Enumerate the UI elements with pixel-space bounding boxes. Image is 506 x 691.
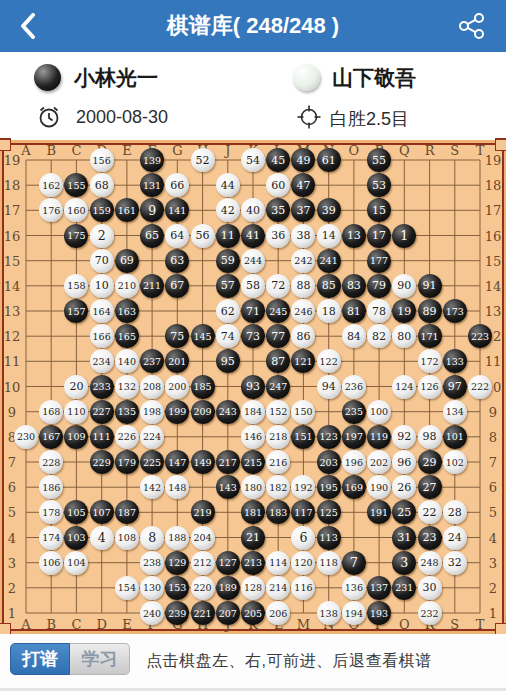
stone-F18: 131 <box>140 173 164 197</box>
mode-button-replay[interactable]: 打谱 <box>10 643 70 675</box>
stone-P1: 193 <box>367 601 391 625</box>
mode-button-study[interactable]: 学习 <box>70 643 130 675</box>
stone-F10: 208 <box>140 375 164 399</box>
stone-M3: 120 <box>291 551 315 575</box>
stone-K9: 184 <box>241 400 265 424</box>
stone-D17: 159 <box>90 198 114 222</box>
stone-H5: 219 <box>191 500 215 524</box>
row-label-left: 16 <box>4 228 21 243</box>
stone-N11: 122 <box>317 349 341 373</box>
row-label-left: 9 <box>8 404 16 419</box>
row-label-right: 9 <box>489 404 497 419</box>
stone-K19: 54 <box>241 148 265 172</box>
col-label-bottom: Q <box>399 617 410 632</box>
stone-E10: 132 <box>115 375 139 399</box>
stone-B9: 168 <box>39 400 63 424</box>
back-button[interactable] <box>0 0 56 52</box>
stone-B7: 228 <box>39 450 63 474</box>
stone-D5: 107 <box>90 500 114 524</box>
col-label-bottom: M <box>297 617 310 632</box>
stone-E12: 165 <box>115 324 139 348</box>
stone-Q3: 3 <box>392 551 416 575</box>
stone-O16: 13 <box>342 224 366 248</box>
col-label-top: Q <box>399 143 410 158</box>
col-label-top: G <box>172 143 182 158</box>
stone-J7: 217 <box>216 450 240 474</box>
row-label-right: 1 <box>489 606 497 621</box>
stone-G10: 200 <box>165 375 189 399</box>
stone-S8: 101 <box>443 425 467 449</box>
stone-N1: 138 <box>317 601 341 625</box>
col-label-top: T <box>476 143 485 158</box>
col-label-bottom: B <box>46 617 56 632</box>
stone-F8: 224 <box>140 425 164 449</box>
stone-L2: 214 <box>266 576 290 600</box>
stone-D12: 166 <box>90 324 114 348</box>
stone-Q13: 19 <box>392 299 416 323</box>
stone-H12: 145 <box>191 324 215 348</box>
result-target-icon <box>296 104 322 130</box>
stone-P17: 15 <box>367 198 391 222</box>
stone-K14: 58 <box>241 274 265 298</box>
stone-B6: 186 <box>39 475 63 499</box>
stone-D10: 233 <box>90 375 114 399</box>
stone-D11: 234 <box>90 349 114 373</box>
go-board[interactable]: AABBCCDDEEFFGGHHJJKKLLMMNNOOPPQQRRSSTT19… <box>0 140 506 634</box>
row-label-left: 17 <box>4 203 21 218</box>
stone-Q7: 96 <box>392 450 416 474</box>
stone-S13: 173 <box>443 299 467 323</box>
stone-N7: 203 <box>317 450 341 474</box>
stone-O12: 84 <box>342 324 366 348</box>
col-label-top: C <box>71 143 81 158</box>
stone-O9: 235 <box>342 400 366 424</box>
stone-G16: 64 <box>165 224 189 248</box>
stone-R13: 89 <box>418 299 442 323</box>
stone-F17: 9 <box>140 198 164 222</box>
stone-B18: 162 <box>39 173 63 197</box>
stone-R10: 126 <box>418 375 442 399</box>
stone-L5: 183 <box>266 500 290 524</box>
stone-H9: 209 <box>191 400 215 424</box>
stone-J17: 42 <box>216 198 240 222</box>
stone-J15: 59 <box>216 249 240 273</box>
stone-Q2: 231 <box>392 576 416 600</box>
stone-R12: 171 <box>418 324 442 348</box>
stone-G3: 129 <box>165 551 189 575</box>
col-label-top: E <box>122 143 132 158</box>
stone-J1: 207 <box>216 601 240 625</box>
stone-M5: 117 <box>291 500 315 524</box>
stone-E15: 69 <box>115 249 139 273</box>
stone-R14: 91 <box>418 274 442 298</box>
stone-R11: 172 <box>418 349 442 373</box>
stone-N8: 123 <box>317 425 341 449</box>
stone-F9: 198 <box>140 400 164 424</box>
stone-L17: 35 <box>266 198 290 222</box>
stone-N16: 14 <box>317 224 341 248</box>
stone-B4: 174 <box>39 526 63 550</box>
stone-G11: 201 <box>165 349 189 373</box>
stone-M15: 242 <box>291 249 315 273</box>
stone-Q14: 90 <box>392 274 416 298</box>
stone-G9: 199 <box>165 400 189 424</box>
row-label-right: 15 <box>485 253 502 268</box>
stone-Q16: 1 <box>392 224 416 248</box>
row-label-right: 19 <box>485 153 502 168</box>
stone-O7: 196 <box>342 450 366 474</box>
row-label-left: 12 <box>4 329 21 344</box>
stone-F1: 240 <box>140 601 164 625</box>
stone-G4: 188 <box>165 526 189 550</box>
stone-F4: 8 <box>140 526 164 550</box>
row-label-right: 13 <box>485 304 502 319</box>
stone-D9: 227 <box>90 400 114 424</box>
stone-P8: 119 <box>367 425 391 449</box>
stone-C17: 160 <box>64 198 88 222</box>
stone-R4: 23 <box>418 526 442 550</box>
row-label-right: 3 <box>489 555 497 570</box>
stone-R5: 22 <box>418 500 442 524</box>
stone-M2: 116 <box>291 576 315 600</box>
stone-S4: 24 <box>443 526 467 550</box>
stone-N4: 113 <box>317 526 341 550</box>
stone-M11: 121 <box>291 349 315 373</box>
row-label-right: 11 <box>485 354 502 369</box>
chevron-left-icon <box>20 13 36 39</box>
row-label-right: 4 <box>489 530 497 545</box>
stone-S7: 102 <box>443 450 467 474</box>
stone-L16: 36 <box>266 224 290 248</box>
stone-K7: 215 <box>241 450 265 474</box>
stone-M17: 37 <box>291 198 315 222</box>
stone-L14: 72 <box>266 274 290 298</box>
stone-P14: 79 <box>367 274 391 298</box>
stone-N3: 118 <box>317 551 341 575</box>
stone-O14: 83 <box>342 274 366 298</box>
stone-P9: 100 <box>367 400 391 424</box>
stone-N14: 85 <box>317 274 341 298</box>
row-label-left: 10 <box>4 379 21 394</box>
stone-E11: 140 <box>115 349 139 373</box>
stone-Q8: 92 <box>392 425 416 449</box>
stone-N13: 18 <box>317 299 341 323</box>
stone-B3: 106 <box>39 551 63 575</box>
stone-B5: 178 <box>39 500 63 524</box>
row-label-right: 7 <box>489 455 497 470</box>
stone-M13: 246 <box>291 299 315 323</box>
stone-C18: 155 <box>64 173 88 197</box>
stone-G6: 148 <box>165 475 189 499</box>
stone-L8: 218 <box>266 425 290 449</box>
stone-F3: 238 <box>140 551 164 575</box>
stone-P13: 78 <box>367 299 391 323</box>
stone-E7: 179 <box>115 450 139 474</box>
stone-L6: 182 <box>266 475 290 499</box>
row-label-left: 13 <box>4 304 21 319</box>
stone-J6: 143 <box>216 475 240 499</box>
row-label-right: 2 <box>489 580 497 595</box>
stone-L3: 114 <box>266 551 290 575</box>
row-label-right: 6 <box>489 480 497 495</box>
stone-S5: 28 <box>443 500 467 524</box>
stone-P2: 137 <box>367 576 391 600</box>
stone-K5: 181 <box>241 500 265 524</box>
stone-G17: 141 <box>165 198 189 222</box>
stone-H1: 221 <box>191 601 215 625</box>
stone-F6: 142 <box>140 475 164 499</box>
stone-K12: 73 <box>241 324 265 348</box>
stone-E2: 154 <box>115 576 139 600</box>
stone-E9: 135 <box>115 400 139 424</box>
stone-G18: 66 <box>165 173 189 197</box>
stone-C16: 175 <box>64 224 88 248</box>
stone-F16: 65 <box>140 224 164 248</box>
stone-J9: 243 <box>216 400 240 424</box>
stone-Q10: 124 <box>392 375 416 399</box>
stone-Q12: 80 <box>392 324 416 348</box>
stone-R3: 248 <box>418 551 442 575</box>
white-player-name: 山下敬吾 <box>332 64 416 92</box>
stone-N17: 39 <box>317 198 341 222</box>
stone-D16: 2 <box>90 224 114 248</box>
stone-G1: 239 <box>165 601 189 625</box>
stone-M8: 151 <box>291 425 315 449</box>
stone-M6: 192 <box>291 475 315 499</box>
stone-P6: 190 <box>367 475 391 499</box>
stone-K17: 40 <box>241 198 265 222</box>
col-label-bottom: S <box>450 617 459 632</box>
stone-F19: 139 <box>140 148 164 172</box>
stone-J13: 62 <box>216 299 240 323</box>
mode-toggle: 打谱 学习 <box>10 643 130 675</box>
stone-K8: 146 <box>241 425 265 449</box>
stone-L11: 87 <box>266 349 290 373</box>
stone-P12: 82 <box>367 324 391 348</box>
kifu-viewer-screen: 棋谱库( 248/248 ) 小林光一 山下敬吾 <box>0 0 506 691</box>
stone-P18: 53 <box>367 173 391 197</box>
stone-E17: 161 <box>115 198 139 222</box>
stone-H10: 185 <box>191 375 215 399</box>
row-label-left: 15 <box>4 253 21 268</box>
row-label-left: 14 <box>4 278 21 293</box>
stone-D8: 111 <box>90 425 114 449</box>
stone-K13: 71 <box>241 299 265 323</box>
stone-L13: 245 <box>266 299 290 323</box>
stone-H7: 149 <box>191 450 215 474</box>
row-label-left: 4 <box>8 530 16 545</box>
col-label-top: B <box>46 143 56 158</box>
row-label-left: 2 <box>8 580 16 595</box>
row-label-left: 19 <box>4 153 21 168</box>
stone-H4: 204 <box>191 526 215 550</box>
stone-H16: 56 <box>191 224 215 248</box>
stone-M14: 88 <box>291 274 315 298</box>
row-label-right: 14 <box>485 278 502 293</box>
stone-D18: 68 <box>90 173 114 197</box>
stone-C5: 105 <box>64 500 88 524</box>
col-label-bottom: A <box>21 617 30 632</box>
stone-H3: 212 <box>191 551 215 575</box>
stone-M18: 47 <box>291 173 315 197</box>
stone-K6: 180 <box>241 475 265 499</box>
col-label-bottom: C <box>71 617 81 632</box>
stone-P15: 177 <box>367 249 391 273</box>
stone-S11: 133 <box>443 349 467 373</box>
stone-B17: 176 <box>39 198 63 222</box>
stone-P7: 202 <box>367 450 391 474</box>
stone-K2: 128 <box>241 576 265 600</box>
stone-K1: 205 <box>241 601 265 625</box>
stone-S10: 97 <box>443 375 467 399</box>
col-label-top: J <box>225 143 230 158</box>
stone-J2: 189 <box>216 576 240 600</box>
stone-O13: 81 <box>342 299 366 323</box>
stone-S3: 32 <box>443 551 467 575</box>
stone-K4: 21 <box>241 526 265 550</box>
stone-L9: 152 <box>266 400 290 424</box>
stone-R7: 29 <box>418 450 442 474</box>
stone-K16: 41 <box>241 224 265 248</box>
footer-bar: 打谱 学习 点击棋盘左、右,可前进、后退查看棋谱 <box>0 634 506 691</box>
share-button[interactable] <box>446 0 498 52</box>
stone-O6: 169 <box>342 475 366 499</box>
stone-L7: 216 <box>266 450 290 474</box>
row-label-left: 3 <box>8 555 16 570</box>
black-stone-icon <box>34 64 61 91</box>
stone-D15: 70 <box>90 249 114 273</box>
stone-C13: 157 <box>64 299 88 323</box>
stone-K10: 93 <box>241 375 265 399</box>
stone-F7: 225 <box>140 450 164 474</box>
navigation-hint: 点击棋盘左、右,可前进、后退查看棋谱 <box>146 651 431 672</box>
stone-N19: 61 <box>317 148 341 172</box>
col-label-top: R <box>425 143 435 158</box>
black-player-name: 小林光一 <box>74 64 158 92</box>
stone-D19: 156 <box>90 148 114 172</box>
stone-G12: 75 <box>165 324 189 348</box>
stone-H19: 52 <box>191 148 215 172</box>
stone-O1: 194 <box>342 601 366 625</box>
stone-D13: 164 <box>90 299 114 323</box>
white-stone-icon <box>293 64 320 91</box>
stone-L1: 206 <box>266 601 290 625</box>
stone-L19: 45 <box>266 148 290 172</box>
stone-E5: 187 <box>115 500 139 524</box>
stone-B8: 167 <box>39 425 63 449</box>
row-label-right: 16 <box>485 228 502 243</box>
stone-Q5: 25 <box>392 500 416 524</box>
stone-R1: 232 <box>418 601 442 625</box>
stone-J18: 44 <box>216 173 240 197</box>
stone-F11: 237 <box>140 349 164 373</box>
stone-D14: 10 <box>90 274 114 298</box>
share-nodes-icon <box>457 11 487 41</box>
stone-T12: 223 <box>468 324 492 348</box>
row-label-left: 7 <box>8 455 16 470</box>
game-date: 2000-08-30 <box>76 107 168 128</box>
stone-L12: 77 <box>266 324 290 348</box>
stone-C3: 104 <box>64 551 88 575</box>
stone-J11: 95 <box>216 349 240 373</box>
row-label-left: 18 <box>4 178 21 193</box>
stone-K15: 244 <box>241 249 265 273</box>
players-row: 小林光一 山下敬吾 <box>0 62 506 98</box>
stone-F14: 211 <box>140 274 164 298</box>
stone-R8: 98 <box>418 425 442 449</box>
stone-J14: 57 <box>216 274 240 298</box>
row-label-right: 8 <box>489 429 497 444</box>
stone-F2: 130 <box>140 576 164 600</box>
stone-J12: 74 <box>216 324 240 348</box>
stone-M9: 150 <box>291 400 315 424</box>
stone-M19: 49 <box>291 148 315 172</box>
stone-E8: 226 <box>115 425 139 449</box>
stone-E14: 210 <box>115 274 139 298</box>
col-label-top: O <box>349 143 360 158</box>
stone-G15: 63 <box>165 249 189 273</box>
stone-G7: 147 <box>165 450 189 474</box>
stone-D7: 229 <box>90 450 114 474</box>
stone-P19: 55 <box>367 148 391 172</box>
stone-L10: 247 <box>266 375 290 399</box>
stone-C10: 20 <box>64 375 88 399</box>
meta-row: 2000-08-30 白胜2.5目 <box>0 104 506 134</box>
row-label-right: 18 <box>485 178 502 193</box>
stone-O8: 197 <box>342 425 366 449</box>
stone-N10: 94 <box>317 375 341 399</box>
stone-P5: 191 <box>367 500 391 524</box>
row-label-left: 5 <box>8 505 16 520</box>
page-title: 棋谱库( 248/248 ) <box>0 11 506 41</box>
stone-O2: 136 <box>342 576 366 600</box>
stone-E13: 163 <box>115 299 139 323</box>
col-label-top: A <box>21 143 30 158</box>
stone-O10: 236 <box>342 375 366 399</box>
stone-S9: 134 <box>443 400 467 424</box>
stone-J16: 11 <box>216 224 240 248</box>
clock-icon <box>36 104 62 130</box>
game-info-panel: 小林光一 山下敬吾 2000-08-30 白胜2 <box>0 52 506 140</box>
stone-O3: 7 <box>342 551 366 575</box>
stone-H2: 220 <box>191 576 215 600</box>
stone-E4: 108 <box>115 526 139 550</box>
stone-M12: 86 <box>291 324 315 348</box>
stone-C4: 103 <box>64 526 88 550</box>
stone-J3: 127 <box>216 551 240 575</box>
header-bar: 棋谱库( 248/248 ) <box>0 0 506 52</box>
stone-A8: 230 <box>14 425 38 449</box>
stone-C8: 109 <box>64 425 88 449</box>
stone-C14: 158 <box>64 274 88 298</box>
stone-L18: 60 <box>266 173 290 197</box>
stone-K3: 213 <box>241 551 265 575</box>
stone-P16: 17 <box>367 224 391 248</box>
stone-Q6: 26 <box>392 475 416 499</box>
row-label-right: 5 <box>489 505 497 520</box>
stone-M16: 38 <box>291 224 315 248</box>
stone-R6: 27 <box>418 475 442 499</box>
row-label-right: 17 <box>485 203 502 218</box>
col-label-bottom: T <box>476 617 485 632</box>
row-label-left: 11 <box>4 354 21 369</box>
stone-R2: 30 <box>418 576 442 600</box>
stone-N5: 125 <box>317 500 341 524</box>
stone-N6: 195 <box>317 475 341 499</box>
stone-C9: 110 <box>64 400 88 424</box>
stone-M4: 6 <box>291 526 315 550</box>
col-label-bottom: D <box>96 617 106 632</box>
